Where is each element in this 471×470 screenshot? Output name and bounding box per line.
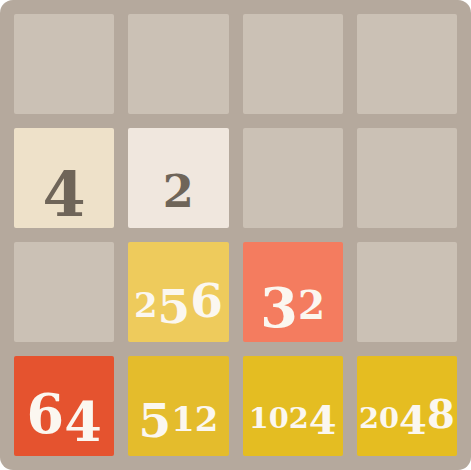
digit: 4 — [399, 396, 427, 443]
tile-value: 2 — [163, 155, 194, 217]
digit: 2 — [163, 165, 194, 218]
tile-value: 1024 — [249, 394, 337, 434]
digit: 4 — [309, 396, 337, 443]
tile-2048-r4c4: 2048 — [357, 356, 457, 456]
tile-1024-r4c3: 1024 — [243, 356, 343, 456]
empty-cell-r2c3 — [243, 128, 343, 228]
tile-512-r4c2: 512 — [128, 356, 228, 456]
empty-cell-r1c4 — [357, 14, 457, 114]
digit: 1 — [249, 401, 269, 435]
empty-cell-r1c3 — [243, 14, 343, 114]
digit: 6 — [190, 273, 223, 328]
board-2048[interactable]: 42256326451210242048 — [0, 0, 471, 470]
digit: 2 — [298, 282, 325, 328]
digit: 2 — [359, 401, 379, 435]
digit: 1 — [171, 399, 195, 439]
digit: 5 — [157, 279, 190, 334]
digit: 0 — [269, 401, 289, 435]
empty-cell-r3c4 — [357, 242, 457, 342]
tile-32-r3c3: 32 — [243, 242, 343, 342]
digit: 0 — [379, 401, 399, 435]
tile-value: 512 — [138, 391, 218, 438]
empty-cell-r3c1 — [14, 242, 114, 342]
digit: 5 — [138, 393, 171, 448]
empty-cell-r1c2 — [128, 14, 228, 114]
digit: 2 — [134, 285, 158, 325]
tile-2-r2c2: 2 — [128, 128, 228, 228]
tile-4-r2c1: 4 — [14, 128, 114, 228]
tile-value: 4 — [43, 155, 86, 217]
page: 42256326451210242048 — [0, 0, 471, 470]
tile-256-r3c2: 256 — [128, 242, 228, 342]
digit: 6 — [27, 382, 65, 446]
digit: 3 — [260, 276, 298, 340]
tile-value: 256 — [134, 277, 223, 324]
digit: 2 — [195, 399, 219, 439]
tile-value: 32 — [260, 273, 325, 327]
digit: 2 — [289, 401, 309, 435]
digit: 4 — [64, 390, 102, 454]
empty-cell-r1c1 — [14, 14, 114, 114]
tile-value: 64 — [27, 387, 102, 441]
digit: 4 — [43, 158, 86, 228]
tile-value: 2048 — [359, 394, 455, 434]
empty-cell-r2c4 — [357, 128, 457, 228]
tile-64-r4c1: 64 — [14, 356, 114, 456]
digit: 8 — [427, 390, 455, 437]
